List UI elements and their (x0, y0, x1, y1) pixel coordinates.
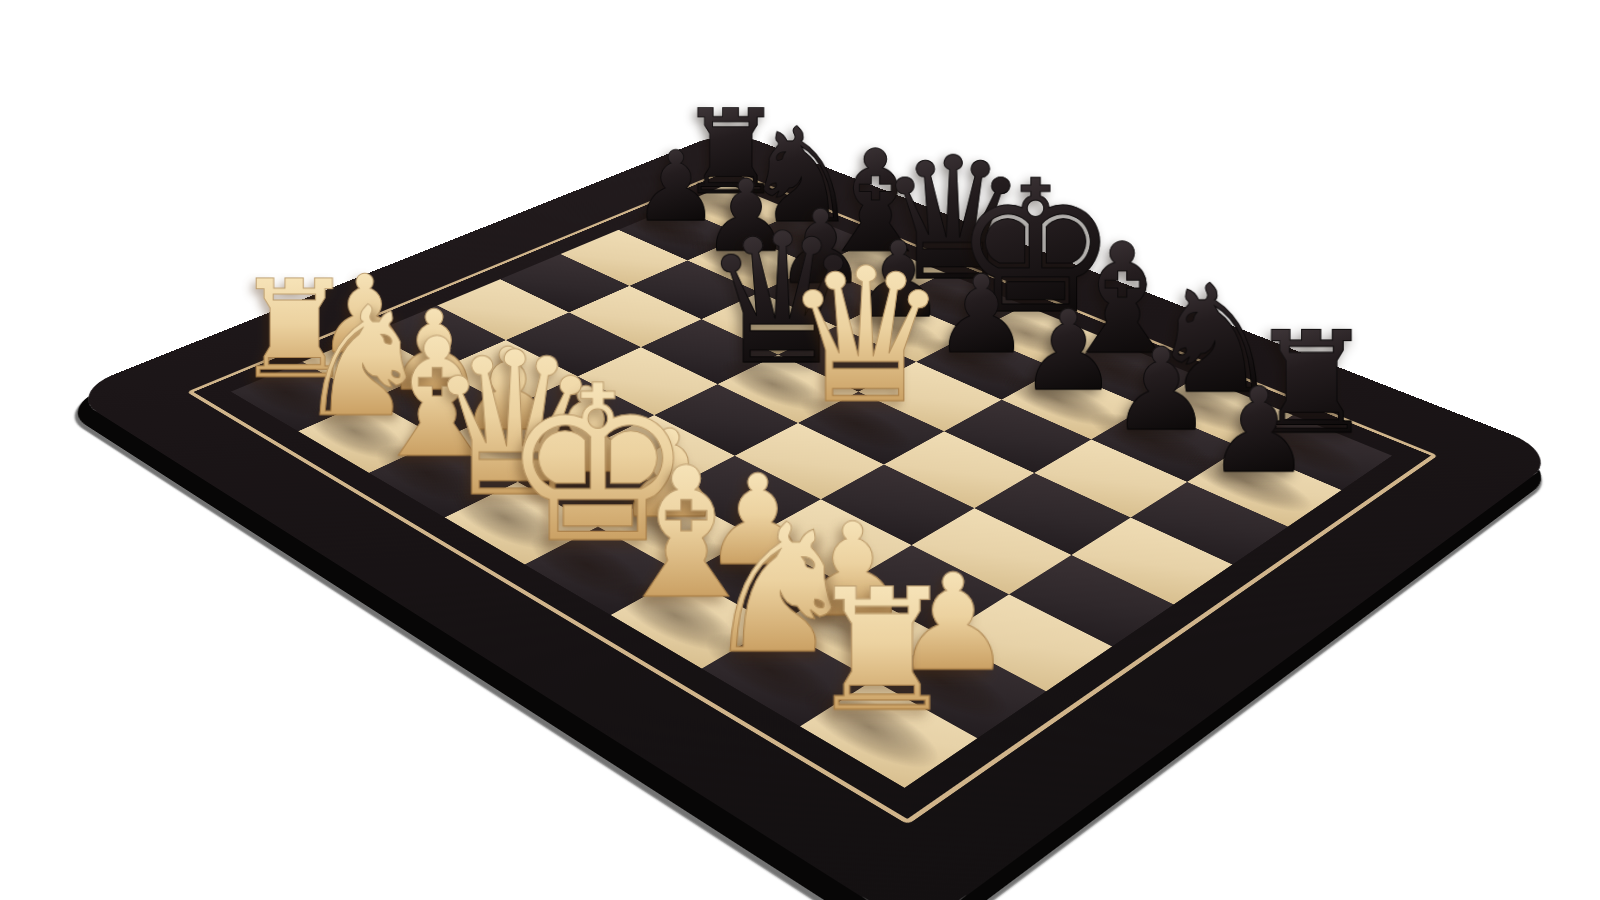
product-photo-scene: ♜♞♝♛♚♝♞♜♟♟♟♟♟♟♟♟♛♛♟♟♟♟♟♟♟♟♜♞♝♛♚♝♞♜ (0, 0, 1600, 900)
chess-board: ♜♞♝♛♚♝♞♜♟♟♟♟♟♟♟♟♛♛♟♟♟♟♟♟♟♟♜♞♝♛♚♝♞♜ (67, 130, 1562, 900)
white-rook-icon: ♜ (636, 567, 1126, 736)
black-pawn-icon: ♟ (1050, 372, 1469, 489)
